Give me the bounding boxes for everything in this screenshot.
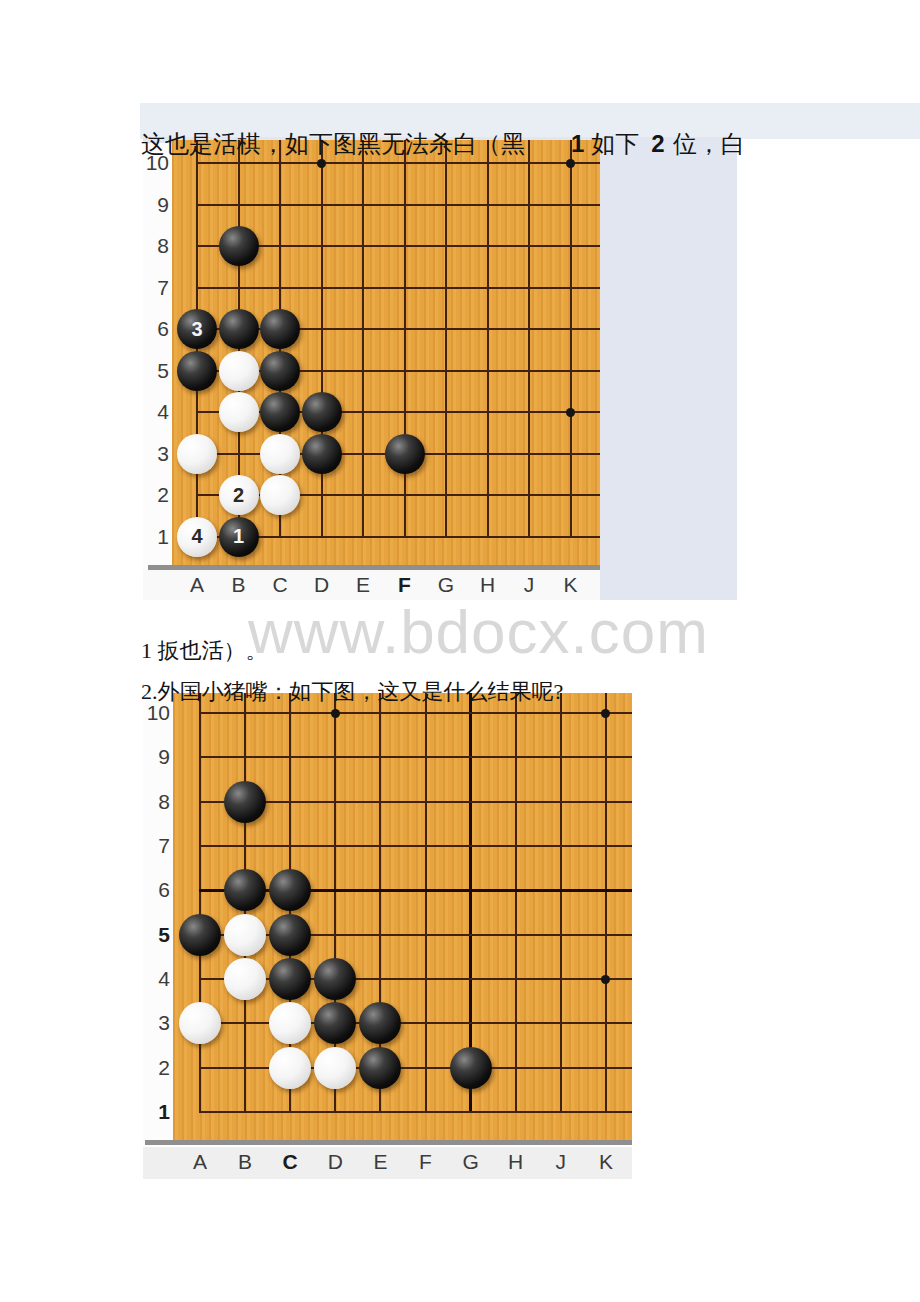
move-number-label: 2 (233, 484, 244, 507)
grid-vertical-line (445, 140, 447, 538)
column-coordinate-label: G (431, 573, 461, 597)
row-coordinate-label: 7 (143, 276, 169, 300)
column-coordinate-label: D (320, 1150, 350, 1174)
white-stone (224, 958, 266, 1000)
star-point (331, 709, 340, 718)
section-heading: 2.外国小猪嘴：如下图，这又是什么结果呢? (141, 677, 563, 707)
row-coordinate-label: 8 (143, 790, 170, 814)
column-coordinate-label: K (556, 573, 586, 597)
column-coordinate-label: K (591, 1150, 621, 1174)
row-coordinate-label: 6 (143, 878, 170, 902)
star-point (601, 709, 610, 718)
row-coordinate-label: 7 (143, 834, 170, 858)
white-stone (177, 434, 217, 474)
row-coordinate-label: 8 (143, 234, 169, 258)
top-sentence-move1: 1 (571, 130, 584, 157)
column-coordinate-label: J (514, 573, 544, 597)
white-stone (224, 914, 266, 956)
row-coordinate-label: 4 (143, 400, 169, 424)
black-stone: 1 (219, 517, 259, 557)
column-coordinate-label: E (365, 1150, 395, 1174)
move-number-label: 4 (191, 525, 202, 548)
black-stone (302, 392, 342, 432)
move-number-label: 3 (191, 318, 202, 341)
black-stone (385, 434, 425, 474)
black-stone (450, 1047, 492, 1089)
grid-vertical-line (528, 140, 530, 538)
grid-horizontal-line (196, 204, 600, 206)
black-stone (219, 309, 259, 349)
column-coordinate-label: C (275, 1150, 305, 1174)
diagram2-board (173, 693, 632, 1140)
column-coordinate-label: A (185, 1150, 215, 1174)
grid-vertical-line (570, 140, 572, 538)
column-coordinate-label: B (230, 1150, 260, 1174)
black-stone (269, 958, 311, 1000)
column-coordinate-label: A (182, 573, 212, 597)
top-sentence-move2: 2 (651, 130, 664, 157)
watermark-text: www.bdocx.com (248, 600, 709, 664)
row-coordinate-label: 3 (143, 1011, 170, 1035)
grid-horizontal-line (199, 712, 632, 714)
row-coordinate-label: 3 (143, 442, 169, 466)
row-coordinate-label: 1 (143, 525, 169, 549)
go-diagram-2: 10987654321 ABCDEFGHJK (143, 690, 638, 1187)
move-number-label: 1 (233, 525, 244, 548)
top-sentence-part1: 这也是活棋，如下图黑无法杀白（黑 (141, 131, 525, 157)
white-stone (269, 1047, 311, 1089)
black-stone (269, 914, 311, 956)
black-stone (269, 869, 311, 911)
grid-horizontal-line (199, 1067, 632, 1069)
diagram1-board: 3124 (172, 140, 600, 565)
diagram2-board-shadow (145, 1140, 632, 1145)
white-stone: 2 (219, 475, 259, 515)
grid-horizontal-line (196, 287, 600, 289)
row-coordinate-label: 2 (143, 483, 169, 507)
grid-horizontal-line (199, 756, 632, 758)
column-coordinate-label: J (546, 1150, 576, 1174)
row-coordinate-label: 5 (143, 923, 170, 947)
row-coordinate-label: 2 (143, 1056, 170, 1080)
black-stone (224, 781, 266, 823)
black-stone (179, 914, 221, 956)
star-point (601, 975, 610, 984)
row-coordinate-label: 9 (143, 193, 169, 217)
top-sentence-part2: 如下 (591, 131, 639, 157)
black-stone (314, 958, 356, 1000)
white-stone: 4 (177, 517, 217, 557)
diagram2-column-coordinates: ABCDEFGHJK (143, 1147, 632, 1179)
white-stone (269, 1002, 311, 1044)
grid-horizontal-line (199, 845, 632, 847)
grid-vertical-line (362, 140, 364, 538)
black-stone (177, 351, 217, 391)
column-coordinate-label: H (501, 1150, 531, 1174)
grid-vertical-line (404, 140, 406, 538)
black-stone (219, 226, 259, 266)
black-stone (224, 869, 266, 911)
black-stone (314, 1002, 356, 1044)
top-sentence-part3: 位，白 (673, 131, 745, 157)
grid-vertical-line (487, 140, 489, 538)
column-coordinate-label: H (473, 573, 503, 597)
row-coordinate-label: 6 (143, 317, 169, 341)
white-stone (219, 392, 259, 432)
column-coordinate-label: G (456, 1150, 486, 1174)
diagram1-row-coordinates: 10987654321 (143, 143, 172, 570)
black-stone (260, 392, 300, 432)
white-stone (314, 1047, 356, 1089)
grid-vertical-line (321, 140, 323, 538)
column-coordinate-label: E (348, 573, 378, 597)
black-stone (260, 309, 300, 349)
grid-horizontal-line (196, 162, 600, 164)
column-coordinate-label: C (265, 573, 295, 597)
column-coordinate-label: F (390, 573, 420, 597)
column-coordinate-label: B (224, 573, 254, 597)
go-diagram-1: 10987654321 3124 ABCDEFGHJK (143, 137, 737, 600)
black-stone: 3 (177, 309, 217, 349)
black-stone (260, 351, 300, 391)
row-coordinate-label: 9 (143, 745, 170, 769)
star-point (566, 408, 575, 417)
column-coordinate-label: F (411, 1150, 441, 1174)
black-stone (359, 1002, 401, 1044)
grid-horizontal-line (199, 1111, 632, 1113)
diagram2-row-coordinates: 10987654321 (143, 693, 173, 1142)
white-stone (179, 1002, 221, 1044)
row-coordinate-label: 5 (143, 359, 169, 383)
top-sentence: 这也是活棋，如下图黑无法杀白（黑1如下2位，白 (141, 128, 745, 160)
diagram1-column-coordinates: ABCDEFGHJK (143, 570, 600, 600)
row-coordinate-label: 4 (143, 967, 170, 991)
white-stone (260, 434, 300, 474)
caption-line: 1 扳也活）。 (141, 636, 268, 666)
column-coordinate-label: D (307, 573, 337, 597)
document-page: 这也是活棋，如下图黑无法杀白（黑1如下2位，白 10987654321 3124… (0, 0, 920, 1302)
grid-horizontal-line (199, 1022, 632, 1024)
row-coordinate-label: 1 (143, 1100, 170, 1124)
black-stone (359, 1047, 401, 1089)
black-stone (302, 434, 342, 474)
white-stone (260, 475, 300, 515)
white-stone (219, 351, 259, 391)
